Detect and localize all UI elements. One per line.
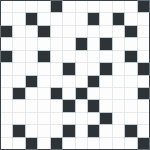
grid-cell[interactable] (76, 51, 87, 62)
grid-cell[interactable] (100, 125, 111, 136)
blocked-cell[interactable] (26, 138, 37, 149)
blocked-cell[interactable] (138, 1, 149, 12)
grid-cell[interactable] (88, 51, 99, 62)
blocked-cell[interactable] (76, 38, 87, 49)
blocked-cell[interactable] (63, 100, 74, 111)
grid-cell[interactable] (63, 38, 74, 49)
grid-cell[interactable] (26, 63, 37, 74)
grid-cell[interactable] (63, 1, 74, 12)
grid-cell[interactable] (76, 76, 87, 87)
grid-cell[interactable] (100, 76, 111, 87)
grid-cell[interactable] (26, 125, 37, 136)
grid-cell[interactable] (88, 138, 99, 149)
grid-cell[interactable] (76, 63, 87, 74)
blocked-cell[interactable] (113, 13, 124, 24)
grid-cell[interactable] (76, 113, 87, 124)
blocked-cell[interactable] (100, 63, 111, 74)
grid-cell[interactable] (13, 113, 24, 124)
grid-cell[interactable] (125, 13, 136, 24)
grid-cell[interactable] (100, 51, 111, 62)
grid-cell[interactable] (13, 63, 24, 74)
blocked-cell[interactable] (138, 138, 149, 149)
grid-cell[interactable] (113, 51, 124, 62)
grid-cell[interactable] (38, 63, 49, 74)
blocked-cell[interactable] (88, 13, 99, 24)
grid-cell[interactable] (100, 1, 111, 12)
grid-cell[interactable] (38, 76, 49, 87)
blocked-cell[interactable] (1, 26, 12, 37)
grid-cell[interactable] (100, 13, 111, 24)
grid-cell[interactable] (125, 63, 136, 74)
grid-cell[interactable] (76, 26, 87, 37)
grid-cell[interactable] (88, 63, 99, 74)
grid-cell[interactable] (1, 76, 12, 87)
grid-cell[interactable] (63, 138, 74, 149)
grid-cell[interactable] (113, 26, 124, 37)
blocked-cell[interactable] (88, 125, 99, 136)
blocked-cell[interactable] (100, 38, 111, 49)
grid-cell[interactable] (1, 88, 12, 99)
grid-cell[interactable] (51, 100, 62, 111)
grid-cell[interactable] (63, 26, 74, 37)
grid-cell[interactable] (63, 76, 74, 87)
grid-cell[interactable] (125, 138, 136, 149)
grid-cell[interactable] (76, 100, 87, 111)
blocked-cell[interactable] (76, 88, 87, 99)
grid-cell[interactable] (100, 100, 111, 111)
blocked-cell[interactable] (125, 51, 136, 62)
grid-cell[interactable] (113, 63, 124, 74)
blocked-cell[interactable] (38, 51, 49, 62)
grid-cell[interactable] (138, 38, 149, 49)
grid-cell[interactable] (26, 51, 37, 62)
blocked-cell[interactable] (138, 63, 149, 74)
blocked-cell[interactable] (63, 125, 74, 136)
grid-cell[interactable] (63, 13, 74, 24)
grid-cell[interactable] (100, 26, 111, 37)
puzzle-grid (0, 0, 150, 150)
grid-cell[interactable] (13, 1, 24, 12)
grid-cell[interactable] (113, 125, 124, 136)
grid-cell[interactable] (113, 76, 124, 87)
blocked-cell[interactable] (51, 138, 62, 149)
grid-cell[interactable] (38, 100, 49, 111)
grid-cell[interactable] (13, 38, 24, 49)
grid-cell[interactable] (63, 88, 74, 99)
grid-cell[interactable] (1, 125, 12, 136)
grid-cell[interactable] (1, 100, 12, 111)
grid-cell[interactable] (88, 113, 99, 124)
grid-cell[interactable] (63, 51, 74, 62)
grid-cell[interactable] (51, 13, 62, 24)
grid-cell[interactable] (13, 76, 24, 87)
grid-cell[interactable] (51, 38, 62, 49)
grid-cell[interactable] (38, 125, 49, 136)
grid-cell[interactable] (13, 100, 24, 111)
grid-cell[interactable] (51, 113, 62, 124)
grid-cell[interactable] (13, 26, 24, 37)
grid-cell[interactable] (1, 1, 12, 12)
grid-cell[interactable] (88, 26, 99, 37)
grid-cell[interactable] (76, 1, 87, 12)
grid-cell[interactable] (125, 1, 136, 12)
blocked-cell[interactable] (38, 26, 49, 37)
grid-cell[interactable] (26, 38, 37, 49)
grid-cell[interactable] (38, 88, 49, 99)
blocked-cell[interactable] (13, 125, 24, 136)
grid-cell[interactable] (100, 138, 111, 149)
grid-cell[interactable] (76, 138, 87, 149)
grid-cell[interactable] (125, 113, 136, 124)
grid-cell[interactable] (138, 113, 149, 124)
grid-cell[interactable] (138, 51, 149, 62)
grid-cell[interactable] (13, 51, 24, 62)
blocked-cell[interactable] (125, 125, 136, 136)
blocked-cell[interactable] (88, 76, 99, 87)
blocked-cell[interactable] (51, 88, 62, 99)
grid-cell[interactable] (113, 1, 124, 12)
grid-cell[interactable] (51, 51, 62, 62)
grid-cell[interactable] (38, 1, 49, 12)
grid-cell[interactable] (138, 13, 149, 24)
grid-cell[interactable] (26, 88, 37, 99)
grid-cell[interactable] (113, 100, 124, 111)
blocked-cell[interactable] (125, 26, 136, 37)
grid-cell[interactable] (26, 26, 37, 37)
grid-cell[interactable] (88, 1, 99, 12)
grid-cell[interactable] (1, 38, 12, 49)
grid-cell[interactable] (38, 38, 49, 49)
grid-cell[interactable] (51, 125, 62, 136)
grid-cell[interactable] (113, 113, 124, 124)
grid-cell[interactable] (1, 138, 12, 149)
grid-cell[interactable] (113, 138, 124, 149)
grid-cell[interactable] (88, 38, 99, 49)
grid-cell[interactable] (1, 113, 12, 124)
grid-cell[interactable] (100, 88, 111, 99)
blocked-cell[interactable] (100, 113, 111, 124)
blocked-cell[interactable] (26, 76, 37, 87)
blocked-cell[interactable] (26, 13, 37, 24)
grid-cell[interactable] (13, 13, 24, 24)
grid-cell[interactable] (113, 88, 124, 99)
grid-cell[interactable] (38, 138, 49, 149)
grid-cell[interactable] (26, 113, 37, 124)
grid-cell[interactable] (88, 88, 99, 99)
grid-cell[interactable] (63, 113, 74, 124)
grid-cell[interactable] (76, 13, 87, 24)
grid-cell[interactable] (125, 100, 136, 111)
grid-cell[interactable] (138, 76, 149, 87)
grid-cell[interactable] (125, 38, 136, 49)
grid-cell[interactable] (51, 63, 62, 74)
grid-cell[interactable] (38, 113, 49, 124)
grid-cell[interactable] (13, 138, 24, 149)
grid-cell[interactable] (138, 100, 149, 111)
grid-cell[interactable] (51, 26, 62, 37)
blocked-cell[interactable] (13, 88, 24, 99)
grid-cell[interactable] (76, 125, 87, 136)
grid-cell[interactable] (113, 38, 124, 49)
grid-cell[interactable] (1, 13, 12, 24)
blocked-cell[interactable] (1, 51, 12, 62)
grid-cell[interactable] (1, 63, 12, 74)
grid-cell[interactable] (125, 88, 136, 99)
blocked-cell[interactable] (63, 63, 74, 74)
blocked-cell[interactable] (88, 100, 99, 111)
grid-cell[interactable] (38, 13, 49, 24)
grid-cell[interactable] (138, 26, 149, 37)
blocked-cell[interactable] (51, 1, 62, 12)
grid-cell[interactable] (51, 76, 62, 87)
blocked-cell[interactable] (138, 88, 149, 99)
grid-cell[interactable] (26, 1, 37, 12)
grid-cell[interactable] (138, 125, 149, 136)
grid-cell[interactable] (26, 100, 37, 111)
grid-cell[interactable] (125, 76, 136, 87)
